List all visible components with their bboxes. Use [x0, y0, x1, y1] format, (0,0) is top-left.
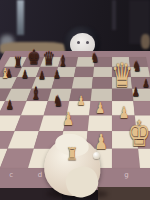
black-knight-d4[interactable]: ♞ [53, 94, 63, 109]
black-pawn-c7[interactable]: ♟ [38, 70, 45, 81]
white-pawn-f2[interactable]: ♟ [94, 132, 108, 153]
black-pawn-d7[interactable]: ♟ [53, 69, 60, 80]
black-queen-c8[interactable]: ♛ [43, 49, 55, 68]
black-pawn-h6[interactable]: ♟ [142, 78, 149, 89]
file-label-g: g [122, 171, 132, 180]
black-pawn-h5[interactable]: ♟ [132, 86, 140, 98]
black-knight-h8[interactable]: ♞ [132, 59, 141, 73]
file-label-c: c [6, 171, 16, 180]
white-bishop-a6[interactable]: ♝ [0, 66, 9, 80]
white-rook-e1[interactable]: ♜ [66, 145, 78, 163]
white-pawn-f4[interactable]: ♟ [95, 101, 105, 116]
black-bishop-c5[interactable]: ♝ [31, 85, 42, 102]
black-pawn-b4[interactable]: ♟ [6, 99, 14, 111]
square-f3[interactable] [88, 115, 112, 131]
white-pawn-e3[interactable]: ♟ [62, 110, 74, 128]
white-king-g2[interactable]: ♚ [127, 116, 150, 152]
black-bishop-d8[interactable]: ♝ [58, 54, 68, 69]
black-king-b8[interactable]: ♚ [28, 47, 41, 67]
white-pawn-e4[interactable]: ♟ [77, 94, 85, 107]
chess-photo-scene: abcdefgh ♜♚♛♝♞♞♟♟♟♟♟♟♝♞♟♝♛♟♟♟♟♟♜♚ [0, 0, 150, 200]
black-knight-f8[interactable]: ♞ [91, 51, 99, 64]
white-queen-g6[interactable]: ♛ [111, 58, 133, 92]
black-pawn-b7[interactable]: ♟ [21, 69, 28, 80]
